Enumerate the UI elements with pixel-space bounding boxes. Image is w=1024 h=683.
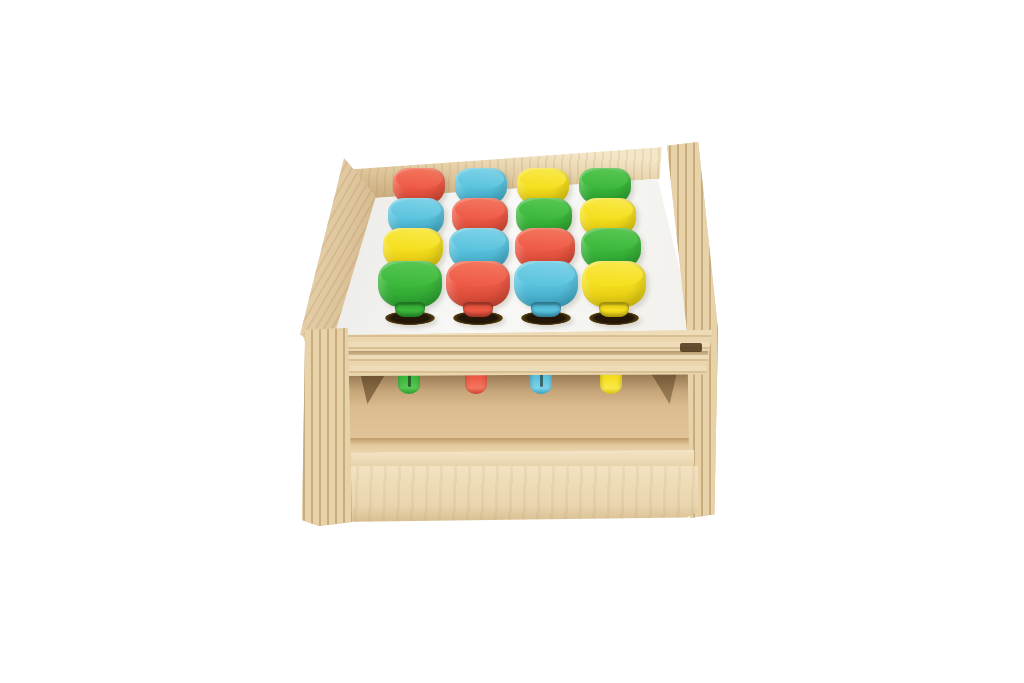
peg-collar — [395, 302, 425, 317]
bottom-front-panel — [328, 466, 698, 522]
box-opening — [345, 368, 692, 455]
peg-red-r4c2[interactable] — [446, 261, 510, 317]
peg-row-4 — [326, 269, 698, 317]
peg-blue-r4c3[interactable] — [514, 261, 578, 317]
product-photo-stage — [0, 0, 1024, 683]
tabletop-seam — [311, 351, 708, 355]
peg-yellow-r4c4[interactable] — [582, 261, 646, 317]
peg-grid — [326, 157, 698, 317]
left-side-post — [300, 326, 352, 526]
peg-row-1 — [326, 157, 698, 204]
peg-collar — [463, 302, 493, 317]
peg-cap — [378, 261, 442, 307]
peg-cap — [582, 261, 646, 307]
latch-notch — [680, 343, 702, 352]
tabletop-front-edge — [303, 330, 712, 376]
peg-collar — [599, 302, 629, 317]
peg-cap — [446, 261, 510, 307]
peg-collar — [531, 302, 561, 317]
peg-row-2 — [326, 204, 698, 236]
peg-cap — [514, 261, 578, 307]
peg-green-r4c1[interactable] — [378, 261, 442, 317]
